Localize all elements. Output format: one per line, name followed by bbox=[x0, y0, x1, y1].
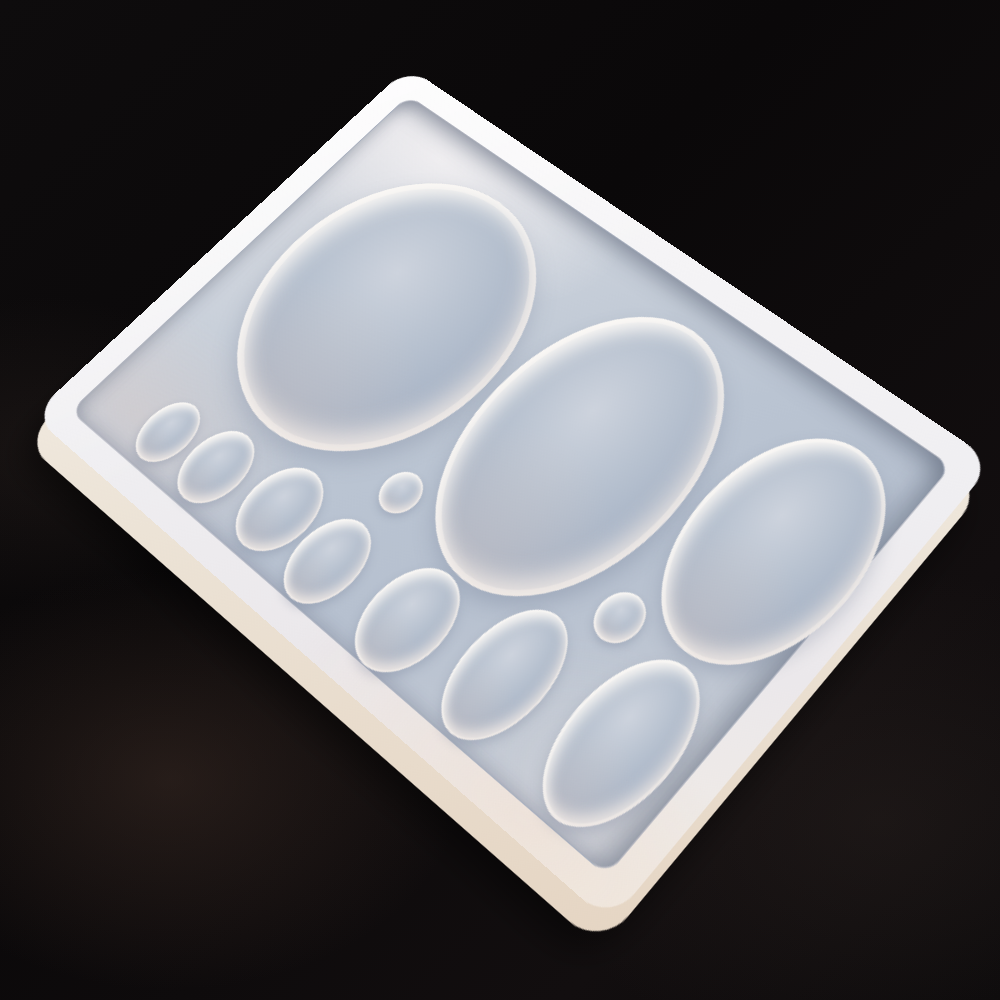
scene: Overhead product photo of a white transl… bbox=[0, 0, 1000, 1000]
cavity-round-small-right bbox=[583, 582, 657, 653]
cavity-round-small-left bbox=[369, 464, 432, 522]
